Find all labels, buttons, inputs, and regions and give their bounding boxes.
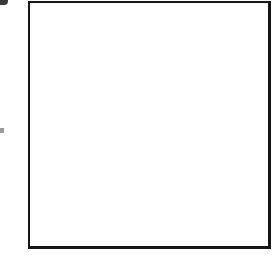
rank-label-3 — [0, 156, 28, 187]
file-label-e — [150, 250, 180, 277]
file-label-f — [180, 250, 210, 277]
file-labels — [28, 250, 271, 277]
rank-label-4 — [0, 125, 28, 156]
file-label-a — [28, 250, 58, 277]
file-label-c — [89, 250, 119, 277]
file-label-b — [58, 250, 88, 277]
rank-label-6 — [0, 63, 28, 94]
rank-label-5 — [0, 94, 28, 125]
file-label-g — [210, 250, 240, 277]
rank-label-8 — [0, 1, 28, 32]
chess-diagram — [0, 0, 279, 279]
rank-label-7 — [0, 32, 28, 63]
file-label-d — [119, 250, 149, 277]
chess-board — [28, 1, 271, 249]
rank-label-2 — [0, 187, 28, 218]
rank-label-1 — [0, 218, 28, 249]
rank-labels — [0, 1, 28, 249]
file-label-h — [241, 250, 271, 277]
